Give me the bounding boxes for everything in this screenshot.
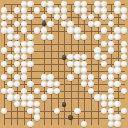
board-intersection[interactable] — [21, 121, 28, 128]
board-intersection[interactable] — [121, 7, 128, 14]
board-intersection[interactable] — [101, 121, 108, 128]
board-intersection[interactable] — [94, 67, 101, 74]
board-intersection[interactable] — [74, 94, 81, 101]
board-intersection[interactable] — [41, 7, 48, 14]
board-intersection[interactable] — [121, 21, 128, 28]
board-intersection[interactable] — [14, 21, 21, 28]
board-intersection[interactable] — [41, 47, 48, 54]
board-intersection[interactable] — [87, 121, 94, 128]
board-intersection[interactable] — [107, 114, 114, 121]
board-intersection[interactable] — [87, 54, 94, 61]
board-intersection[interactable] — [61, 87, 68, 94]
board-intersection[interactable] — [81, 121, 88, 128]
board-intersection[interactable] — [67, 41, 74, 48]
board-intersection[interactable] — [61, 54, 68, 61]
board-intersection[interactable] — [61, 114, 68, 121]
go-board[interactable] — [0, 0, 128, 128]
board-intersection[interactable] — [0, 94, 7, 101]
board-intersection[interactable] — [7, 34, 14, 41]
board-intersection[interactable] — [54, 67, 61, 74]
board-intersection[interactable] — [27, 14, 34, 21]
board-intersection[interactable] — [0, 121, 7, 128]
board-intersection[interactable] — [54, 74, 61, 81]
board-intersection[interactable] — [47, 101, 54, 108]
board-intersection[interactable] — [107, 74, 114, 81]
board-intersection[interactable] — [87, 7, 94, 14]
board-intersection[interactable] — [121, 107, 128, 114]
board-intersection[interactable] — [14, 0, 21, 7]
board-intersection[interactable] — [101, 41, 108, 48]
board-intersection[interactable] — [7, 121, 14, 128]
board-intersection[interactable] — [61, 81, 68, 88]
board-intersection[interactable] — [61, 67, 68, 74]
board-intersection[interactable] — [114, 74, 121, 81]
board-intersection[interactable] — [54, 114, 61, 121]
board-intersection[interactable] — [41, 67, 48, 74]
board-intersection[interactable] — [61, 74, 68, 81]
board-intersection[interactable] — [47, 74, 54, 81]
board-intersection[interactable] — [21, 67, 28, 74]
board-intersection[interactable] — [94, 81, 101, 88]
board-intersection[interactable] — [121, 27, 128, 34]
board-intersection[interactable] — [7, 114, 14, 121]
board-intersection[interactable] — [114, 81, 121, 88]
board-intersection[interactable] — [41, 121, 48, 128]
board-intersection[interactable] — [7, 74, 14, 81]
board-intersection[interactable] — [21, 34, 28, 41]
board-intersection[interactable] — [87, 14, 94, 21]
board-intersection[interactable] — [81, 107, 88, 114]
board-intersection[interactable] — [47, 47, 54, 54]
board-intersection[interactable] — [41, 14, 48, 21]
board-intersection[interactable] — [41, 21, 48, 28]
board-intersection[interactable] — [74, 67, 81, 74]
board-intersection[interactable] — [21, 114, 28, 121]
board-intersection[interactable] — [21, 41, 28, 48]
board-intersection[interactable] — [14, 74, 21, 81]
board-intersection[interactable] — [67, 27, 74, 34]
board-intersection[interactable] — [67, 54, 74, 61]
board-intersection[interactable] — [47, 7, 54, 14]
board-intersection[interactable] — [101, 87, 108, 94]
board-intersection[interactable] — [47, 41, 54, 48]
board-intersection[interactable] — [7, 107, 14, 114]
board-intersection[interactable] — [74, 27, 81, 34]
board-intersection[interactable] — [54, 121, 61, 128]
board-intersection[interactable] — [54, 107, 61, 114]
board-intersection[interactable] — [74, 74, 81, 81]
board-intersection[interactable] — [21, 61, 28, 68]
board-intersection[interactable] — [67, 34, 74, 41]
board-intersection[interactable] — [87, 74, 94, 81]
board-intersection[interactable] — [61, 121, 68, 128]
board-intersection[interactable] — [87, 0, 94, 7]
board-intersection[interactable] — [27, 0, 34, 7]
board-intersection[interactable] — [67, 7, 74, 14]
board-intersection[interactable] — [94, 14, 101, 21]
board-intersection[interactable] — [107, 87, 114, 94]
board-intersection[interactable] — [74, 0, 81, 7]
board-intersection[interactable] — [61, 7, 68, 14]
board-intersection[interactable] — [34, 34, 41, 41]
board-intersection[interactable] — [47, 54, 54, 61]
board-intersection[interactable] — [114, 21, 121, 28]
board-intersection[interactable] — [87, 61, 94, 68]
board-intersection[interactable] — [7, 14, 14, 21]
board-intersection[interactable] — [74, 41, 81, 48]
board-intersection[interactable] — [114, 27, 121, 34]
board-intersection[interactable] — [41, 27, 48, 34]
board-intersection[interactable] — [67, 21, 74, 28]
board-intersection[interactable] — [27, 61, 34, 68]
board-intersection[interactable] — [61, 107, 68, 114]
board-intersection[interactable] — [14, 27, 21, 34]
board-intersection[interactable] — [107, 14, 114, 21]
board-intersection[interactable] — [34, 0, 41, 7]
board-intersection[interactable] — [67, 94, 74, 101]
board-intersection[interactable] — [54, 21, 61, 28]
board-intersection[interactable] — [47, 21, 54, 28]
board-intersection[interactable] — [27, 107, 34, 114]
board-intersection[interactable] — [34, 14, 41, 21]
board-intersection[interactable] — [81, 34, 88, 41]
board-intersection[interactable] — [21, 21, 28, 28]
board-intersection[interactable] — [101, 61, 108, 68]
board-intersection[interactable] — [47, 94, 54, 101]
board-intersection[interactable] — [94, 114, 101, 121]
board-intersection[interactable] — [94, 87, 101, 94]
board-intersection[interactable] — [41, 87, 48, 94]
board-intersection[interactable] — [7, 81, 14, 88]
board-intersection[interactable] — [87, 67, 94, 74]
board-intersection[interactable] — [0, 61, 7, 68]
board-intersection[interactable] — [47, 14, 54, 21]
board-intersection[interactable] — [87, 47, 94, 54]
board-intersection[interactable] — [107, 121, 114, 128]
board-intersection[interactable] — [0, 14, 7, 21]
board-intersection[interactable] — [34, 101, 41, 108]
board-intersection[interactable] — [7, 94, 14, 101]
board-intersection[interactable] — [0, 0, 7, 7]
board-intersection[interactable] — [27, 34, 34, 41]
board-intersection[interactable] — [41, 41, 48, 48]
board-intersection[interactable] — [81, 47, 88, 54]
board-intersection[interactable] — [7, 47, 14, 54]
board-intersection[interactable] — [0, 7, 7, 14]
board-intersection[interactable] — [87, 41, 94, 48]
board-intersection[interactable] — [27, 121, 34, 128]
board-intersection[interactable] — [21, 107, 28, 114]
board-intersection[interactable] — [114, 14, 121, 21]
board-intersection[interactable] — [41, 107, 48, 114]
board-intersection[interactable] — [21, 74, 28, 81]
board-intersection[interactable] — [74, 87, 81, 94]
board-intersection[interactable] — [94, 54, 101, 61]
board-intersection[interactable] — [87, 114, 94, 121]
board-intersection[interactable] — [121, 61, 128, 68]
board-intersection[interactable] — [14, 107, 21, 114]
board-intersection[interactable] — [0, 21, 7, 28]
board-intersection[interactable] — [61, 94, 68, 101]
board-intersection[interactable] — [74, 81, 81, 88]
board-intersection[interactable] — [54, 101, 61, 108]
board-intersection[interactable] — [81, 54, 88, 61]
board-intersection[interactable] — [107, 27, 114, 34]
board-intersection[interactable] — [34, 21, 41, 28]
board-intersection[interactable] — [34, 107, 41, 114]
board-intersection[interactable] — [27, 7, 34, 14]
board-intersection[interactable] — [121, 54, 128, 61]
board-intersection[interactable] — [21, 7, 28, 14]
board-intersection[interactable] — [114, 121, 121, 128]
board-intersection[interactable] — [121, 101, 128, 108]
board-intersection[interactable] — [54, 87, 61, 94]
board-intersection[interactable] — [61, 47, 68, 54]
board-intersection[interactable] — [0, 41, 7, 48]
board-intersection[interactable] — [114, 87, 121, 94]
board-intersection[interactable] — [7, 0, 14, 7]
board-intersection[interactable] — [41, 54, 48, 61]
board-intersection[interactable] — [101, 81, 108, 88]
board-intersection[interactable] — [67, 81, 74, 88]
board-intersection[interactable] — [41, 94, 48, 101]
board-intersection[interactable] — [114, 107, 121, 114]
board-intersection[interactable] — [54, 47, 61, 54]
board-intersection[interactable] — [114, 41, 121, 48]
board-intersection[interactable] — [114, 114, 121, 121]
board-intersection[interactable] — [27, 81, 34, 88]
board-intersection[interactable] — [81, 41, 88, 48]
board-intersection[interactable] — [94, 74, 101, 81]
board-intersection[interactable] — [101, 114, 108, 121]
board-intersection[interactable] — [107, 41, 114, 48]
board-intersection[interactable] — [14, 41, 21, 48]
board-intersection[interactable] — [61, 27, 68, 34]
board-intersection[interactable] — [41, 81, 48, 88]
board-intersection[interactable] — [34, 94, 41, 101]
board-intersection[interactable] — [81, 67, 88, 74]
board-intersection[interactable] — [101, 67, 108, 74]
board-intersection[interactable] — [14, 121, 21, 128]
board-intersection[interactable] — [121, 67, 128, 74]
board-intersection[interactable] — [121, 41, 128, 48]
board-intersection[interactable] — [107, 81, 114, 88]
board-intersection[interactable] — [87, 81, 94, 88]
board-intersection[interactable] — [107, 94, 114, 101]
board-intersection[interactable] — [7, 61, 14, 68]
board-intersection[interactable] — [67, 74, 74, 81]
board-intersection[interactable] — [47, 114, 54, 121]
board-intersection[interactable] — [54, 61, 61, 68]
board-intersection[interactable] — [21, 54, 28, 61]
board-intersection[interactable] — [87, 101, 94, 108]
board-intersection[interactable] — [121, 81, 128, 88]
board-intersection[interactable] — [54, 94, 61, 101]
board-intersection[interactable] — [114, 47, 121, 54]
board-intersection[interactable] — [47, 107, 54, 114]
board-intersection[interactable] — [54, 14, 61, 21]
board-intersection[interactable] — [121, 74, 128, 81]
board-intersection[interactable] — [41, 101, 48, 108]
board-intersection[interactable] — [27, 27, 34, 34]
board-intersection[interactable] — [7, 67, 14, 74]
board-intersection[interactable] — [94, 27, 101, 34]
board-intersection[interactable] — [34, 81, 41, 88]
board-intersection[interactable] — [107, 47, 114, 54]
board-intersection[interactable] — [41, 0, 48, 7]
board-intersection[interactable] — [54, 0, 61, 7]
board-intersection[interactable] — [101, 107, 108, 114]
board-intersection[interactable] — [67, 14, 74, 21]
board-intersection[interactable] — [121, 34, 128, 41]
board-intersection[interactable] — [47, 121, 54, 128]
board-intersection[interactable] — [74, 14, 81, 21]
board-intersection[interactable] — [94, 0, 101, 7]
board-intersection[interactable] — [87, 107, 94, 114]
board-intersection[interactable] — [14, 81, 21, 88]
board-intersection[interactable] — [21, 94, 28, 101]
board-intersection[interactable] — [81, 114, 88, 121]
board-intersection[interactable] — [34, 7, 41, 14]
board-intersection[interactable] — [54, 34, 61, 41]
board-intersection[interactable] — [14, 87, 21, 94]
board-intersection[interactable] — [27, 101, 34, 108]
board-intersection[interactable] — [14, 47, 21, 54]
board-intersection[interactable] — [47, 34, 54, 41]
board-intersection[interactable] — [107, 54, 114, 61]
board-intersection[interactable] — [0, 87, 7, 94]
board-intersection[interactable] — [14, 54, 21, 61]
board-intersection[interactable] — [27, 114, 34, 121]
board-intersection[interactable] — [87, 94, 94, 101]
board-intersection[interactable] — [21, 101, 28, 108]
board-intersection[interactable] — [114, 7, 121, 14]
board-intersection[interactable] — [101, 47, 108, 54]
board-intersection[interactable] — [47, 27, 54, 34]
board-intersection[interactable] — [94, 7, 101, 14]
board-intersection[interactable] — [101, 74, 108, 81]
board-intersection[interactable] — [74, 54, 81, 61]
board-intersection[interactable] — [14, 114, 21, 121]
board-intersection[interactable] — [94, 121, 101, 128]
board-intersection[interactable] — [67, 47, 74, 54]
board-intersection[interactable] — [0, 81, 7, 88]
board-intersection[interactable] — [87, 27, 94, 34]
board-intersection[interactable] — [47, 67, 54, 74]
board-intersection[interactable] — [34, 87, 41, 94]
board-intersection[interactable] — [114, 94, 121, 101]
board-intersection[interactable] — [94, 94, 101, 101]
board-intersection[interactable] — [121, 114, 128, 121]
board-intersection[interactable] — [34, 67, 41, 74]
board-intersection[interactable] — [7, 21, 14, 28]
board-intersection[interactable] — [81, 61, 88, 68]
board-intersection[interactable] — [0, 34, 7, 41]
board-intersection[interactable] — [67, 114, 74, 121]
board-intersection[interactable] — [81, 87, 88, 94]
board-intersection[interactable] — [0, 47, 7, 54]
board-intersection[interactable] — [121, 14, 128, 21]
board-intersection[interactable] — [94, 47, 101, 54]
board-intersection[interactable] — [121, 47, 128, 54]
board-intersection[interactable] — [54, 27, 61, 34]
board-intersection[interactable] — [27, 54, 34, 61]
board-intersection[interactable] — [21, 81, 28, 88]
board-intersection[interactable] — [74, 101, 81, 108]
board-intersection[interactable] — [61, 34, 68, 41]
board-intersection[interactable] — [61, 41, 68, 48]
board-intersection[interactable] — [34, 114, 41, 121]
board-intersection[interactable] — [74, 107, 81, 114]
board-intersection[interactable] — [67, 67, 74, 74]
board-intersection[interactable] — [121, 0, 128, 7]
board-intersection[interactable] — [107, 21, 114, 28]
board-intersection[interactable] — [14, 94, 21, 101]
board-intersection[interactable] — [61, 0, 68, 7]
board-intersection[interactable] — [81, 101, 88, 108]
board-intersection[interactable] — [7, 101, 14, 108]
board-intersection[interactable] — [114, 67, 121, 74]
board-intersection[interactable] — [14, 14, 21, 21]
board-intersection[interactable] — [74, 114, 81, 121]
board-intersection[interactable] — [87, 87, 94, 94]
board-intersection[interactable] — [101, 34, 108, 41]
board-intersection[interactable] — [34, 74, 41, 81]
board-intersection[interactable] — [61, 101, 68, 108]
board-intersection[interactable] — [27, 41, 34, 48]
board-intersection[interactable] — [14, 7, 21, 14]
board-intersection[interactable] — [94, 101, 101, 108]
board-intersection[interactable] — [94, 21, 101, 28]
board-intersection[interactable] — [21, 87, 28, 94]
board-intersection[interactable] — [81, 27, 88, 34]
board-intersection[interactable] — [14, 61, 21, 68]
board-intersection[interactable] — [34, 41, 41, 48]
board-intersection[interactable] — [101, 94, 108, 101]
board-intersection[interactable] — [107, 0, 114, 7]
board-intersection[interactable] — [14, 101, 21, 108]
board-intersection[interactable] — [114, 54, 121, 61]
board-intersection[interactable] — [21, 27, 28, 34]
board-intersection[interactable] — [101, 101, 108, 108]
board-intersection[interactable] — [94, 34, 101, 41]
board-intersection[interactable] — [81, 0, 88, 7]
board-intersection[interactable] — [34, 54, 41, 61]
board-intersection[interactable] — [27, 87, 34, 94]
board-intersection[interactable] — [7, 54, 14, 61]
board-intersection[interactable] — [54, 54, 61, 61]
board-intersection[interactable] — [74, 34, 81, 41]
board-intersection[interactable] — [27, 47, 34, 54]
board-intersection[interactable] — [81, 14, 88, 21]
board-intersection[interactable] — [7, 41, 14, 48]
board-intersection[interactable] — [107, 7, 114, 14]
board-intersection[interactable] — [74, 21, 81, 28]
board-intersection[interactable] — [74, 61, 81, 68]
board-intersection[interactable] — [87, 34, 94, 41]
board-intersection[interactable] — [47, 87, 54, 94]
board-intersection[interactable] — [81, 7, 88, 14]
board-intersection[interactable] — [21, 14, 28, 21]
board-intersection[interactable] — [0, 54, 7, 61]
board-intersection[interactable] — [114, 34, 121, 41]
board-intersection[interactable] — [101, 54, 108, 61]
board-intersection[interactable] — [67, 61, 74, 68]
board-intersection[interactable] — [0, 27, 7, 34]
board-intersection[interactable] — [101, 27, 108, 34]
board-intersection[interactable] — [47, 81, 54, 88]
board-intersection[interactable] — [47, 61, 54, 68]
